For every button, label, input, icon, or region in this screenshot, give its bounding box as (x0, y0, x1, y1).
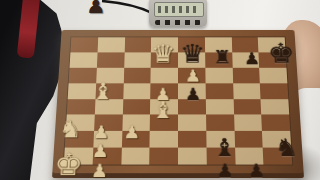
white-pawn-h2[interactable]: ♟ (84, 158, 116, 178)
black-king-b8[interactable]: ♚ (266, 47, 297, 65)
white-pawn-f2[interactable]: ♟ (85, 120, 116, 139)
clock-setting-buttons[interactable] (155, 20, 201, 25)
black-rook-b6[interactable]: ♜ (207, 47, 237, 65)
chess-clock[interactable] (149, 0, 207, 27)
black-queen-b5[interactable]: ♛ (178, 47, 208, 65)
black-pawn-d5[interactable]: ♟ (178, 83, 208, 101)
white-pawn-f3[interactable]: ♟ (116, 120, 147, 139)
white-king-h1[interactable]: ♚ (52, 158, 84, 178)
black-bishop-g6[interactable]: ♝ (209, 139, 240, 158)
clock-digits (158, 6, 200, 13)
black-pawn-h6[interactable]: ♟ (209, 158, 241, 178)
white-bishop-e4[interactable]: ♝ (147, 101, 178, 120)
white-queen-b4[interactable]: ♛ (148, 47, 178, 65)
white-pawn-g2[interactable]: ♟ (84, 139, 116, 158)
black-pawn-b7[interactable]: ♟ (237, 47, 267, 65)
black-pawn-h7[interactable]: ♟ (240, 158, 272, 178)
board-pieces: ♞♚♝♟♟♟♟♛♟♝♟♛♟♜♝♟♟♟♚♞ (52, 30, 304, 178)
tournament-photo: ♟ ♞♚♝♟♟♟♟♛♟♝♟♛♟♜♝♟♟♟♚♞ (0, 0, 320, 180)
captured-black-pawn: ♟ (86, 0, 106, 18)
black-knight-g8[interactable]: ♞ (271, 139, 303, 158)
white-knight-f1[interactable]: ♞ (55, 120, 87, 139)
clock-cable (100, 0, 156, 16)
white-bishop-d2[interactable]: ♝ (87, 83, 118, 101)
chess-board: ♞♚♝♟♟♟♟♛♟♝♟♛♟♜♝♟♟♟♚♞ (52, 30, 304, 178)
clock-display (154, 2, 204, 17)
